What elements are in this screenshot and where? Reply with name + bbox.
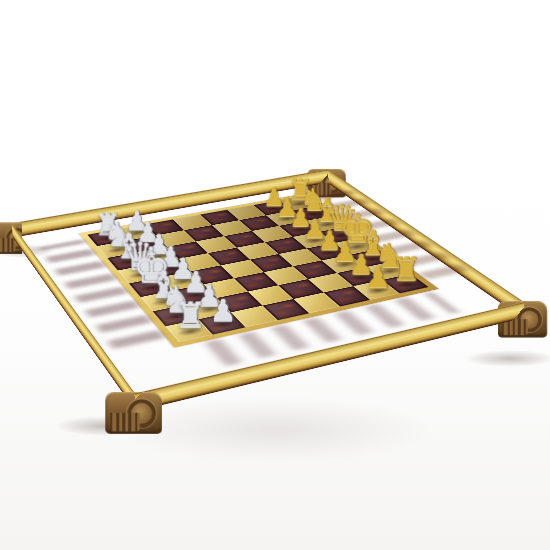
board-foot xyxy=(105,392,162,434)
foot-shadow xyxy=(465,350,550,367)
chess-board: ♜♟♞♟♝♟♛♟♚♟♝♟♟♞♜♟♟♜♞♟♟♝♟♛♟♚♟♝♟♞♟♜ xyxy=(12,170,525,394)
product-photo: ♜♟♞♟♝♟♛♟♚♟♝♟♟♞♜♟♟♜♞♟♟♝♟♛♟♚♟♝♟♞♟♜ xyxy=(0,0,550,550)
piece-silver-rook[interactable]: ♜ xyxy=(168,286,213,332)
piece-gold-pawn[interactable]: ♟ xyxy=(357,252,399,291)
